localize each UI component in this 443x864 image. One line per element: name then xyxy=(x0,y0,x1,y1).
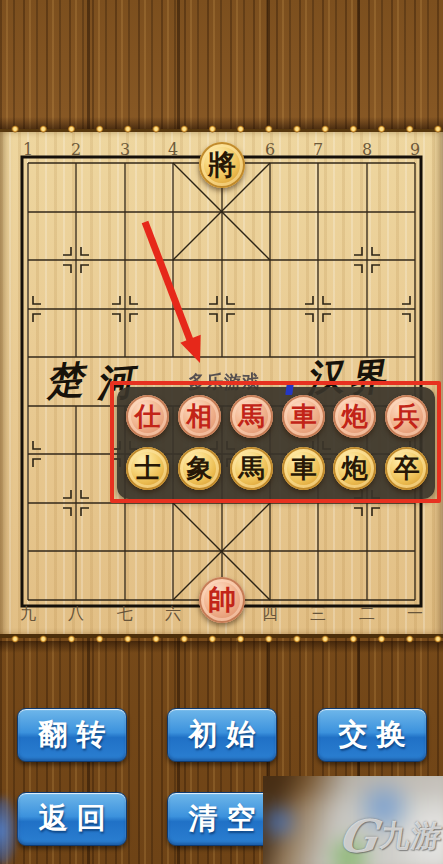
clear-button[interactable]: 清空 xyxy=(167,792,277,846)
river-label-chu: 楚 xyxy=(44,355,84,407)
file-label-bottom-7: 七 xyxy=(114,604,136,625)
file-label-bottom-6: 六 xyxy=(162,604,184,625)
red-general-piece[interactable]: 帥 xyxy=(199,577,245,623)
file-label-top-7: 7 xyxy=(307,140,329,159)
initial-button[interactable]: 初始 xyxy=(167,708,277,762)
flip-button[interactable]: 翻转 xyxy=(17,708,127,762)
black-general-piece[interactable]: 將 xyxy=(199,142,245,188)
screenshot-thumbnail-overlay: G 九游 xyxy=(263,776,443,864)
file-label-top-6: 6 xyxy=(259,140,281,159)
file-label-bottom-3: 三 xyxy=(307,604,329,625)
file-label-bottom-9: 九 xyxy=(17,604,39,625)
ugame-logo-g-icon: G xyxy=(335,814,380,859)
swap-button-label: 交换 xyxy=(330,715,415,755)
initial-button-label: 初始 xyxy=(180,715,265,755)
file-label-top-3: 3 xyxy=(114,140,136,159)
swap-button[interactable]: 交换 xyxy=(317,708,427,762)
file-label-bottom-4: 四 xyxy=(259,604,281,625)
flip-button-label: 翻转 xyxy=(30,715,115,755)
file-label-bottom-1: 一 xyxy=(404,604,426,625)
highlight-rectangle xyxy=(110,381,441,503)
clear-button-label: 清空 xyxy=(180,799,265,839)
rivet-row-bottom xyxy=(1,634,442,644)
back-button[interactable]: 返回 xyxy=(17,792,127,846)
file-label-top-8: 8 xyxy=(356,140,378,159)
file-label-top-4: 4 xyxy=(162,140,184,159)
file-label-bottom-2: 二 xyxy=(356,604,378,625)
back-button-label: 返回 xyxy=(30,799,115,839)
ugame-logo-text: 九游 xyxy=(377,816,443,857)
rivet-row-top xyxy=(1,124,442,134)
file-label-bottom-8: 八 xyxy=(65,604,87,625)
file-label-top-9: 9 xyxy=(404,140,426,159)
ugame-logo: G 九游 xyxy=(335,814,443,859)
file-label-top-2: 2 xyxy=(65,140,87,159)
xiangqi-editor-screen: 1 2 3 4 5 6 7 8 9 九 八 七 六 五 四 三 二 一 楚 河 … xyxy=(0,0,443,864)
file-label-top-1: 1 xyxy=(17,140,39,159)
